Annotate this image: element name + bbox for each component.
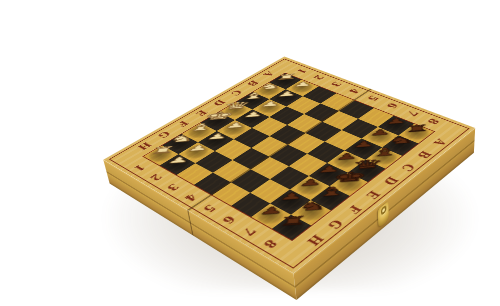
rank-label-far-8: 8: [423, 116, 443, 126]
file-label-H: H: [303, 232, 326, 247]
file-label-far-G: G: [154, 129, 173, 139]
rank-label-far-7: 7: [402, 108, 421, 118]
file-label-far-A: A: [260, 70, 277, 78]
file-label-far-D: D: [210, 98, 228, 107]
rank-label-2: 2: [145, 171, 165, 183]
file-label-E: E: [362, 188, 384, 201]
file-label-far-H: H: [134, 140, 153, 151]
rank-label-6: 6: [217, 212, 239, 226]
rank-label-far-5: 5: [363, 93, 381, 102]
clasp-ring-icon: [381, 205, 387, 216]
rank-label-far-1: 1: [293, 67, 310, 75]
file-label-far-F: F: [173, 118, 191, 128]
rank-label-8: 8: [258, 236, 281, 251]
rank-label-7: 7: [237, 224, 260, 239]
file-label-D: D: [379, 174, 401, 187]
brass-clasp-icon: [378, 201, 389, 228]
rank-label-5: 5: [198, 201, 220, 215]
fold-crack: [187, 210, 193, 236]
rank-label-1: 1: [129, 162, 149, 174]
file-label-F: F: [343, 202, 365, 216]
file-label-G: G: [323, 217, 346, 232]
file-label-far-B: B: [244, 79, 261, 88]
file-label-far-E: E: [192, 108, 210, 118]
chess-set-photo: 1122334455667788AABBCCDDEEFFGGHH ♜♞♝♛♚♝♞…: [0, 0, 500, 306]
rank-label-3: 3: [162, 181, 183, 194]
rank-label-far-2: 2: [310, 73, 327, 82]
rank-label-far-6: 6: [382, 101, 401, 111]
file-label-far-C: C: [227, 88, 245, 97]
rank-label-far-3: 3: [327, 80, 345, 89]
file-label-B: B: [413, 149, 434, 161]
file-label-C: C: [397, 161, 418, 173]
file-label-A: A: [429, 136, 449, 147]
